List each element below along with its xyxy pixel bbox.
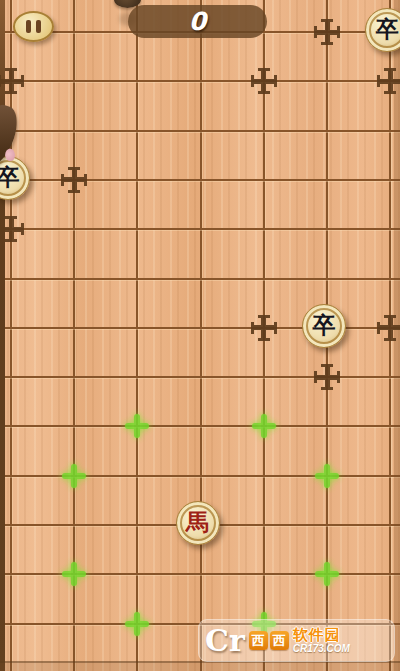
pause-icon <box>26 20 31 33</box>
grid-horizontal-line <box>0 80 400 82</box>
move-hint-cross[interactable] <box>314 561 340 587</box>
black-soldier-piece[interactable]: 卒 <box>365 8 400 52</box>
point-marker <box>0 216 24 242</box>
watermark-box-char: 西 <box>270 631 289 650</box>
move-hint-cross[interactable] <box>251 413 277 439</box>
piece-glyph: 馬 <box>177 502 219 544</box>
score-value: 0 <box>189 7 206 36</box>
piece-glyph: 卒 <box>303 305 345 347</box>
watermark-box-char: 西 <box>249 631 268 650</box>
watermark-site-name: 软件园 <box>293 627 341 642</box>
move-hint-cross[interactable] <box>314 463 340 489</box>
grid-vertical-line <box>200 0 202 671</box>
grid-horizontal-line <box>0 376 400 378</box>
grid-horizontal-line <box>0 278 400 280</box>
point-marker <box>0 68 24 94</box>
grid-vertical-line <box>10 0 12 671</box>
piece-glyph: 卒 <box>366 9 400 51</box>
grid-horizontal-line <box>0 228 400 230</box>
xiangqi-game-screen: 卒卒卒馬 0 Cr 西 西 软件园 CR173.COM <box>0 0 400 671</box>
grid-horizontal-line <box>0 475 400 477</box>
move-hint-cross[interactable] <box>61 463 87 489</box>
watermark-site-url: CR173.COM <box>293 644 350 654</box>
black-soldier-piece[interactable]: 卒 <box>0 156 30 200</box>
grid-horizontal-line <box>0 425 400 427</box>
board-bottom-shade <box>0 663 400 671</box>
watermark: Cr 西 西 软件园 CR173.COM <box>198 619 395 662</box>
watermark-logo: Cr <box>205 626 245 656</box>
score-display: 0 <box>128 5 267 38</box>
point-marker <box>314 364 340 390</box>
grid-vertical-line <box>136 0 138 671</box>
move-hint-cross[interactable] <box>61 561 87 587</box>
grid-horizontal-line <box>0 130 400 132</box>
grid-horizontal-line <box>0 573 400 575</box>
point-marker <box>251 68 277 94</box>
watermark-boxes: 西 西 <box>249 631 289 650</box>
point-marker <box>377 68 400 94</box>
point-marker <box>251 315 277 341</box>
black-soldier-piece[interactable]: 卒 <box>302 304 346 348</box>
move-hint-cross[interactable] <box>124 611 150 637</box>
board-left-edge <box>0 0 5 671</box>
point-marker <box>314 19 340 45</box>
pause-button[interactable] <box>13 11 54 42</box>
point-marker <box>61 167 87 193</box>
red-horse-piece[interactable]: 馬 <box>176 501 220 545</box>
pause-icon <box>36 20 41 33</box>
piece-glyph: 卒 <box>0 157 29 199</box>
point-marker <box>377 315 400 341</box>
move-hint-cross[interactable] <box>124 413 150 439</box>
grid-horizontal-line <box>0 179 400 181</box>
